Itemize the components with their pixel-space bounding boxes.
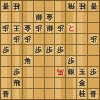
board-cell[interactable] <box>34 67 45 78</box>
board-cell[interactable] <box>55 78 66 89</box>
board-cell[interactable] <box>23 45 34 56</box>
board-cell[interactable]: 歩 <box>55 45 66 56</box>
board-cell[interactable]: 桂 <box>77 89 88 99</box>
board-cell[interactable] <box>88 45 99 56</box>
board-cell[interactable] <box>77 56 88 67</box>
board-cell[interactable] <box>77 34 88 45</box>
board-cell[interactable] <box>23 1 34 12</box>
board-cell[interactable] <box>34 34 45 45</box>
piece-gote-gold[interactable]: 金 <box>45 12 54 22</box>
board-cell[interactable] <box>45 1 56 12</box>
piece-gote-pawn[interactable]: 歩 <box>56 23 65 33</box>
board-cell[interactable]: 歩 <box>23 34 34 45</box>
board-cell[interactable]: 王 <box>12 23 23 34</box>
board-cell[interactable] <box>45 89 56 99</box>
board-cell[interactable]: 歩 <box>88 67 99 78</box>
board-cell[interactable] <box>45 67 56 78</box>
board-cell[interactable] <box>1 56 12 67</box>
board-cell[interactable] <box>12 56 23 67</box>
board-cell[interactable] <box>88 23 99 34</box>
board-cell[interactable]: 銀 <box>66 67 77 78</box>
board-cell[interactable] <box>34 89 45 99</box>
piece-sente-lance[interactable]: 香 <box>89 89 98 99</box>
piece-gote-pawn[interactable]: 歩 <box>1 23 10 33</box>
board-cell[interactable]: 香 <box>88 1 99 12</box>
board-cell[interactable] <box>12 12 23 23</box>
board-cell[interactable] <box>55 12 66 23</box>
board-cell[interactable]: 歩 <box>1 23 12 34</box>
piece-sente-lance[interactable]: 香 <box>1 89 10 99</box>
board-cell[interactable] <box>88 78 99 89</box>
board-cell[interactable] <box>55 56 66 67</box>
board-cell[interactable] <box>55 34 66 45</box>
board-cell[interactable] <box>1 67 12 78</box>
piece-sente-rook[interactable]: 飛 <box>12 78 21 88</box>
board-cell[interactable]: 香 <box>1 89 12 99</box>
board-cell[interactable]: 飛 <box>12 78 23 89</box>
board-cell[interactable]: 金 <box>23 23 34 34</box>
piece-sente-pawn[interactable]: 歩 <box>45 45 54 55</box>
piece-gote-pawn[interactable]: 歩 <box>23 34 32 44</box>
piece-gote-king[interactable]: 王 <box>12 23 21 33</box>
board-cell[interactable] <box>1 78 12 89</box>
board-cell[interactable] <box>66 34 77 45</box>
piece-gote-pawn[interactable]: 歩 <box>12 34 21 44</box>
piece-gote-pawn[interactable]: 歩 <box>34 23 43 33</box>
piece-sente-gold[interactable]: 金 <box>78 78 87 88</box>
board-cell[interactable] <box>66 89 77 99</box>
board-cell[interactable] <box>23 67 34 78</box>
board-cell[interactable]: 歩 <box>88 34 99 45</box>
piece-sente-knight[interactable]: 桂 <box>78 89 87 99</box>
board-cell[interactable] <box>66 45 77 56</box>
board-cell[interactable]: と <box>66 23 77 34</box>
board-cell[interactable]: 歩 <box>55 23 66 34</box>
piece-gote-lance[interactable]: 香 <box>89 1 98 11</box>
board-cell[interactable] <box>23 89 34 99</box>
board-cell[interactable] <box>1 34 12 45</box>
board-cell[interactable] <box>77 23 88 34</box>
piece-gote-knight[interactable]: 桂 <box>12 1 21 11</box>
board-cell[interactable] <box>45 56 56 67</box>
piece-gote-knight[interactable]: 桂 <box>78 1 87 11</box>
board-cell[interactable] <box>77 45 88 56</box>
piece-sente-bishop[interactable]: 角 <box>23 56 32 66</box>
board-cell[interactable]: 桂 <box>12 1 23 12</box>
board-cell[interactable]: 歩 <box>12 34 23 45</box>
board-cell[interactable] <box>12 89 23 99</box>
board-cell[interactable] <box>1 12 12 23</box>
board-cell[interactable] <box>77 12 88 23</box>
board-cell[interactable] <box>23 12 34 23</box>
board-cell[interactable]: 香 <box>1 1 12 12</box>
board-cell[interactable]: 歩 <box>34 23 45 34</box>
piece-sente-silver[interactable]: 銀 <box>67 67 76 77</box>
piece-sente-promoted-pawn[interactable]: と <box>67 23 76 33</box>
piece-gote-promoted-bishop[interactable]: 馬 <box>56 67 65 77</box>
board-cell[interactable]: 銀 <box>34 12 45 23</box>
piece-sente-pawn[interactable]: 歩 <box>89 67 98 77</box>
piece-gote-rook[interactable]: 飛 <box>67 1 76 11</box>
board-cell[interactable] <box>88 12 99 23</box>
board-cell[interactable] <box>12 45 23 56</box>
board-cell[interactable]: 歩 <box>34 45 45 56</box>
board-cell[interactable] <box>88 56 99 67</box>
board-cell[interactable]: 香 <box>88 89 99 99</box>
board-cell[interactable] <box>55 1 66 12</box>
board-cell[interactable]: 桂 <box>77 1 88 12</box>
board-cell[interactable]: 銀 <box>45 23 56 34</box>
board-cell[interactable]: 玉 <box>77 67 88 78</box>
board-cell[interactable]: 角 <box>23 56 34 67</box>
board-cell[interactable] <box>23 78 34 89</box>
board-cell[interactable]: 馬 <box>55 67 66 78</box>
board-cell[interactable] <box>66 78 77 89</box>
board-cell[interactable]: 歩 <box>45 45 56 56</box>
board-cell[interactable] <box>55 89 66 99</box>
board-cell[interactable] <box>34 1 45 12</box>
board-cell[interactable] <box>34 78 45 89</box>
piece-gote-lance[interactable]: 香 <box>1 1 10 11</box>
piece-gote-silver[interactable]: 銀 <box>34 12 43 22</box>
piece-sente-pawn[interactable]: 歩 <box>67 56 76 66</box>
piece-sente-pawn[interactable]: 歩 <box>56 45 65 55</box>
piece-sente-pawn[interactable]: 歩 <box>12 67 21 77</box>
piece-gote-silver[interactable]: 銀 <box>45 23 54 33</box>
board-cell[interactable] <box>45 34 56 45</box>
board-cell[interactable]: 金 <box>45 12 56 23</box>
piece-sente-king[interactable]: 玉 <box>78 67 87 77</box>
board-cell[interactable]: 歩 <box>66 56 77 67</box>
board-cell[interactable] <box>45 78 56 89</box>
piece-sente-pawn[interactable]: 歩 <box>34 45 43 55</box>
board-cell[interactable]: 歩 <box>12 67 23 78</box>
board-cell[interactable]: 歩 <box>1 45 12 56</box>
piece-gote-pawn[interactable]: 歩 <box>89 34 98 44</box>
board-cell[interactable]: 金 <box>77 78 88 89</box>
board-cell[interactable]: 飛 <box>66 1 77 12</box>
piece-gote-gold[interactable]: 金 <box>23 23 32 33</box>
board-cell[interactable] <box>66 12 77 23</box>
piece-sente-pawn[interactable]: 歩 <box>1 45 10 55</box>
shogi-board: 香桂飛桂香銀金歩王金歩銀歩と歩歩歩歩歩歩歩角歩歩馬銀玉歩飛金香桂香 <box>0 0 100 100</box>
board-cell[interactable] <box>34 56 45 67</box>
